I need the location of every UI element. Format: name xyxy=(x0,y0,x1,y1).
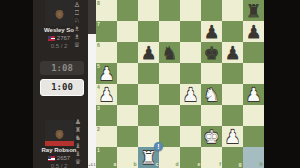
black-king[interactable]: ♚ xyxy=(201,42,222,63)
square-f5[interactable] xyxy=(201,63,222,84)
square-b8[interactable] xyxy=(117,0,138,21)
player-avatar-top[interactable] xyxy=(45,0,74,26)
square-e3[interactable] xyxy=(180,105,201,126)
player-avatar-bottom[interactable] xyxy=(45,120,74,146)
black-rook[interactable]: ♜ xyxy=(243,0,264,21)
square-c8[interactable] xyxy=(138,0,159,21)
square-h3[interactable] xyxy=(243,105,264,126)
square-e7[interactable] xyxy=(180,21,201,42)
white-pawn[interactable]: ♟ xyxy=(180,84,201,105)
rank-label-7: 7 xyxy=(97,22,100,27)
square-b7[interactable] xyxy=(117,21,138,42)
square-a8[interactable]: 8 xyxy=(96,0,117,21)
square-d8[interactable] xyxy=(159,0,180,21)
rank-label-8: 8 xyxy=(97,1,100,6)
square-c6[interactable]: ♟ xyxy=(138,42,159,63)
square-f2[interactable]: ♚ xyxy=(201,126,222,147)
square-h7[interactable]: ♟ xyxy=(243,21,264,42)
player-score-top: 0.5 / 2 xyxy=(33,43,85,50)
player-score-bottom: 0.5 / 2 xyxy=(33,163,85,168)
file-label-e: e xyxy=(197,162,200,167)
square-b2[interactable] xyxy=(117,126,138,147)
square-b4[interactable] xyxy=(117,84,138,105)
square-h2[interactable] xyxy=(243,126,264,147)
file-label-g: g xyxy=(239,162,242,167)
square-h6[interactable] xyxy=(243,42,264,63)
square-g4[interactable] xyxy=(222,84,243,105)
black-pawn[interactable]: ♟ xyxy=(201,21,222,42)
evaluation-value: +4.1 xyxy=(88,163,95,167)
square-c4[interactable] xyxy=(138,84,159,105)
square-f3[interactable] xyxy=(201,105,222,126)
square-h1[interactable]: h xyxy=(243,147,264,168)
player-name-top[interactable]: Wesley So xyxy=(33,27,85,34)
square-g8[interactable] xyxy=(222,0,243,21)
square-f4[interactable]: ♞ xyxy=(201,84,222,105)
rank-label-3: 3 xyxy=(97,106,100,111)
black-pawn[interactable]: ♟ xyxy=(138,42,159,63)
evaluation-bar: +4.1 xyxy=(88,0,96,168)
square-b3[interactable] xyxy=(117,105,138,126)
clock-top: 1:08 xyxy=(40,61,84,75)
square-g1[interactable]: g xyxy=(222,147,243,168)
square-e4[interactable]: ♟ xyxy=(180,84,201,105)
player-rating-top: 2767 xyxy=(57,35,70,42)
captured-piece-icon: ♖ xyxy=(74,9,80,17)
square-g6[interactable]: ♟ xyxy=(222,42,243,63)
white-king[interactable]: ♚ xyxy=(201,126,222,147)
file-label-d: d xyxy=(176,162,179,167)
square-f7[interactable]: ♟ xyxy=(201,21,222,42)
captured-piece-icon: ♘ xyxy=(74,17,80,25)
black-knight[interactable]: ♞ xyxy=(159,42,180,63)
square-d6[interactable]: ♞ xyxy=(159,42,180,63)
evaluation-bar-black-portion xyxy=(88,0,96,34)
square-e6[interactable] xyxy=(180,42,201,63)
square-e8[interactable] xyxy=(180,0,201,21)
player-rating-bottom: 2657 xyxy=(57,155,70,162)
captured-piece-icon: ♙ xyxy=(74,1,80,9)
square-h8[interactable]: ♜ xyxy=(243,0,264,21)
square-d7[interactable] xyxy=(159,21,180,42)
player-rating-row-top: 2767 xyxy=(33,35,85,42)
square-g7[interactable] xyxy=(222,21,243,42)
file-label-b: b xyxy=(134,162,137,167)
square-c7[interactable] xyxy=(138,21,159,42)
square-g5[interactable] xyxy=(222,63,243,84)
square-g2[interactable]: ♟ xyxy=(222,126,243,147)
square-f8[interactable] xyxy=(201,0,222,21)
captured-piece-icon: ♜ xyxy=(75,126,81,134)
rank-label-4: 4 xyxy=(97,85,100,90)
square-h4[interactable]: ♟ xyxy=(243,84,264,105)
square-a6[interactable]: 6 xyxy=(96,42,117,63)
square-b1[interactable]: b xyxy=(117,147,138,168)
white-knight[interactable]: ♞ xyxy=(201,84,222,105)
great-move-badge: ! xyxy=(154,142,163,151)
square-e2[interactable] xyxy=(180,126,201,147)
rank-label-6: 6 xyxy=(97,43,100,48)
square-c3[interactable] xyxy=(138,105,159,126)
square-a7[interactable]: 7 xyxy=(96,21,117,42)
us-flag-icon xyxy=(48,156,55,161)
square-a4[interactable]: 4♟ xyxy=(96,84,117,105)
clock-bottom: 1:00 xyxy=(40,79,84,96)
captured-piece-icon: ♟ xyxy=(75,118,81,126)
square-d3[interactable] xyxy=(159,105,180,126)
file-label-a: a xyxy=(113,162,116,167)
rank-label-2: 2 xyxy=(97,127,100,132)
file-label-h: h xyxy=(260,162,263,167)
us-flag-icon xyxy=(48,36,55,41)
square-f6[interactable]: ♚ xyxy=(201,42,222,63)
square-d1[interactable]: d xyxy=(159,147,180,168)
white-pawn[interactable]: ♟ xyxy=(222,126,243,147)
captured-piece-icon: ♞ xyxy=(75,134,81,142)
black-pawn[interactable]: ♟ xyxy=(222,42,243,63)
square-f1[interactable]: f xyxy=(201,147,222,168)
player-name-bottom[interactable]: Ray Robson xyxy=(33,147,85,154)
square-c5[interactable] xyxy=(138,63,159,84)
rank-label-5: 5 xyxy=(97,64,100,69)
square-e5[interactable] xyxy=(180,63,201,84)
file-label-f: f xyxy=(219,162,221,167)
file-label-c: c xyxy=(155,162,158,167)
black-pawn[interactable]: ♟ xyxy=(243,21,264,42)
square-a3[interactable]: 3 xyxy=(96,105,117,126)
avatar-red-strip xyxy=(45,141,74,146)
square-b5[interactable] xyxy=(117,63,138,84)
player-rating-row-bottom: 2657 xyxy=(33,155,85,162)
white-pawn[interactable]: ♟ xyxy=(243,84,264,105)
square-d5[interactable] xyxy=(159,63,180,84)
square-g3[interactable] xyxy=(222,105,243,126)
square-b6[interactable] xyxy=(117,42,138,63)
square-a5[interactable]: 5♟ xyxy=(96,63,117,84)
square-c1[interactable]: c♜! xyxy=(138,147,159,168)
square-e1[interactable]: e xyxy=(180,147,201,168)
square-a2[interactable]: 2 xyxy=(96,126,117,147)
rank-label-1: 1 xyxy=(97,148,100,153)
square-a1[interactable]: 1a xyxy=(96,147,117,168)
square-h5[interactable] xyxy=(243,63,264,84)
chess-board[interactable]: 8♜7♟♟6♟♞♚♟5♟4♟♟♞♟32♚♟1abc♜!defgh xyxy=(96,0,264,168)
square-d4[interactable] xyxy=(159,84,180,105)
